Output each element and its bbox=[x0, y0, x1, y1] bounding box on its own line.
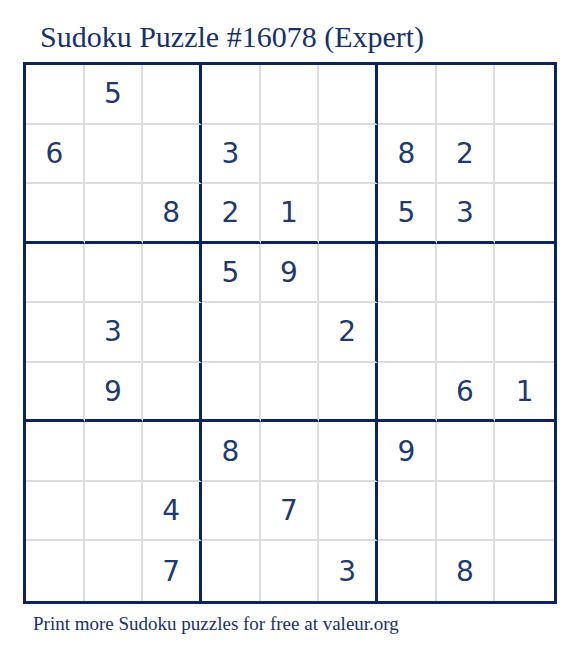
cell-r4c7[interactable] bbox=[378, 244, 437, 304]
cell-r9c9[interactable] bbox=[495, 541, 554, 601]
cell-r9c7[interactable] bbox=[378, 541, 437, 601]
cell-r5c9[interactable] bbox=[495, 303, 554, 363]
cell-r5c2[interactable]: 3 bbox=[85, 303, 144, 363]
footer-credit: Print more Sudoku puzzles for free at va… bbox=[33, 613, 399, 636]
cell-r9c5[interactable] bbox=[261, 541, 320, 601]
cell-r5c4[interactable] bbox=[202, 303, 261, 363]
cell-r2c1[interactable]: 6 bbox=[26, 125, 85, 185]
cell-r6c5[interactable] bbox=[261, 363, 320, 423]
cell-r9c6[interactable]: 3 bbox=[319, 541, 378, 601]
cell-r6c7[interactable] bbox=[378, 363, 437, 423]
cell-r5c6[interactable]: 2 bbox=[319, 303, 378, 363]
cell-r2c9[interactable] bbox=[495, 125, 554, 185]
cell-r2c8[interactable]: 2 bbox=[437, 125, 496, 185]
sudoku-board: 563828215359329618947738 bbox=[23, 62, 557, 604]
cell-r9c1[interactable] bbox=[26, 541, 85, 601]
cell-r2c7[interactable]: 8 bbox=[378, 125, 437, 185]
cell-r5c7[interactable] bbox=[378, 303, 437, 363]
cell-r2c3[interactable] bbox=[143, 125, 202, 185]
cell-r3c3[interactable]: 8 bbox=[143, 184, 202, 244]
cell-r3c1[interactable] bbox=[26, 184, 85, 244]
cell-r7c8[interactable] bbox=[437, 422, 496, 482]
cell-r9c2[interactable] bbox=[85, 541, 144, 601]
cell-r3c5[interactable]: 1 bbox=[261, 184, 320, 244]
cell-r5c1[interactable] bbox=[26, 303, 85, 363]
cell-r2c5[interactable] bbox=[261, 125, 320, 185]
cell-r4c1[interactable] bbox=[26, 244, 85, 304]
cell-r6c8[interactable]: 6 bbox=[437, 363, 496, 423]
cell-r3c7[interactable]: 5 bbox=[378, 184, 437, 244]
cell-r1c9[interactable] bbox=[495, 65, 554, 125]
cell-r5c5[interactable] bbox=[261, 303, 320, 363]
cell-r1c7[interactable] bbox=[378, 65, 437, 125]
cell-r8c9[interactable] bbox=[495, 482, 554, 542]
cell-r3c2[interactable] bbox=[85, 184, 144, 244]
cell-r1c3[interactable] bbox=[143, 65, 202, 125]
cell-r8c3[interactable]: 4 bbox=[143, 482, 202, 542]
cell-r8c7[interactable] bbox=[378, 482, 437, 542]
cell-r3c8[interactable]: 3 bbox=[437, 184, 496, 244]
cell-r7c2[interactable] bbox=[85, 422, 144, 482]
cell-r8c1[interactable] bbox=[26, 482, 85, 542]
cell-r4c4[interactable]: 5 bbox=[202, 244, 261, 304]
cell-r2c4[interactable]: 3 bbox=[202, 125, 261, 185]
cell-r6c1[interactable] bbox=[26, 363, 85, 423]
page-title: Sudoku Puzzle #16078 (Expert) bbox=[40, 20, 424, 53]
cell-r1c4[interactable] bbox=[202, 65, 261, 125]
cell-r9c4[interactable] bbox=[202, 541, 261, 601]
cell-r6c6[interactable] bbox=[319, 363, 378, 423]
cell-r9c3[interactable]: 7 bbox=[143, 541, 202, 601]
cell-r9c8[interactable]: 8 bbox=[437, 541, 496, 601]
cell-r8c4[interactable] bbox=[202, 482, 261, 542]
cell-r8c8[interactable] bbox=[437, 482, 496, 542]
cell-r7c1[interactable] bbox=[26, 422, 85, 482]
cell-r3c6[interactable] bbox=[319, 184, 378, 244]
cell-r8c5[interactable]: 7 bbox=[261, 482, 320, 542]
cell-r4c9[interactable] bbox=[495, 244, 554, 304]
cell-r4c5[interactable]: 9 bbox=[261, 244, 320, 304]
cell-r5c3[interactable] bbox=[143, 303, 202, 363]
cell-r6c2[interactable]: 9 bbox=[85, 363, 144, 423]
cell-r1c2[interactable]: 5 bbox=[85, 65, 144, 125]
cell-r3c9[interactable] bbox=[495, 184, 554, 244]
cell-r7c5[interactable] bbox=[261, 422, 320, 482]
cell-r8c6[interactable] bbox=[319, 482, 378, 542]
cell-r6c4[interactable] bbox=[202, 363, 261, 423]
cell-r1c8[interactable] bbox=[437, 65, 496, 125]
cell-r1c1[interactable] bbox=[26, 65, 85, 125]
cell-r5c8[interactable] bbox=[437, 303, 496, 363]
cell-r3c4[interactable]: 2 bbox=[202, 184, 261, 244]
cell-r7c7[interactable]: 9 bbox=[378, 422, 437, 482]
cell-r6c9[interactable]: 1 bbox=[495, 363, 554, 423]
cell-r7c9[interactable] bbox=[495, 422, 554, 482]
cell-r4c2[interactable] bbox=[85, 244, 144, 304]
cell-r1c5[interactable] bbox=[261, 65, 320, 125]
cell-r4c8[interactable] bbox=[437, 244, 496, 304]
cell-r2c6[interactable] bbox=[319, 125, 378, 185]
cell-r4c6[interactable] bbox=[319, 244, 378, 304]
cell-r1c6[interactable] bbox=[319, 65, 378, 125]
cell-r7c4[interactable]: 8 bbox=[202, 422, 261, 482]
cell-r7c6[interactable] bbox=[319, 422, 378, 482]
cell-r7c3[interactable] bbox=[143, 422, 202, 482]
cell-r2c2[interactable] bbox=[85, 125, 144, 185]
cell-r6c3[interactable] bbox=[143, 363, 202, 423]
cell-r8c2[interactable] bbox=[85, 482, 144, 542]
cell-r4c3[interactable] bbox=[143, 244, 202, 304]
